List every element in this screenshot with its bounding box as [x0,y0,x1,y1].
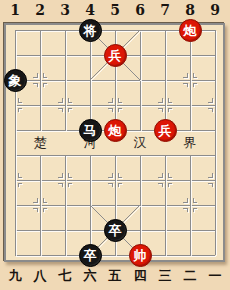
piece-red-cannon[interactable]: 炮 [104,119,127,142]
file-label: 5 [103,0,127,20]
piece-black-soldier[interactable]: 卒 [104,219,127,242]
file-label: 3 [53,0,77,20]
file-label: 三 [153,266,177,286]
file-label: 八 [28,266,52,286]
file-label: 7 [153,0,177,20]
piece-red-general[interactable]: 帅 [129,244,152,267]
piece-black-elephant[interactable]: 象 [4,69,27,92]
piece-black-soldier[interactable]: 卒 [79,244,102,267]
file-label: 九 [3,266,27,286]
file-label: 8 [178,0,202,20]
file-label: 六 [78,266,102,286]
piece-red-soldier[interactable]: 兵 [154,119,177,142]
file-label: 6 [128,0,152,20]
file-label: 2 [28,0,52,20]
file-label: 4 [78,0,102,20]
file-label: 四 [128,266,152,286]
xiangqi-board-screen: 123456789 楚河汉界 将炮兵象马炮兵卒卒帅 九八七六五四三二一 [0,0,230,290]
piece-red-cannon[interactable]: 炮 [179,19,202,42]
piece-black-general[interactable]: 将 [79,19,102,42]
file-label: 七 [53,266,77,286]
bottom-rank-labels: 九八七六五四三二一 [0,266,230,286]
file-label: 1 [3,0,27,20]
file-label: 二 [178,266,202,286]
piece-black-horse[interactable]: 马 [79,119,102,142]
file-label: 五 [103,266,127,286]
file-label: 9 [203,0,227,20]
piece-red-soldier[interactable]: 兵 [104,44,127,67]
top-file-labels: 123456789 [0,0,230,20]
file-label: 一 [203,266,227,286]
